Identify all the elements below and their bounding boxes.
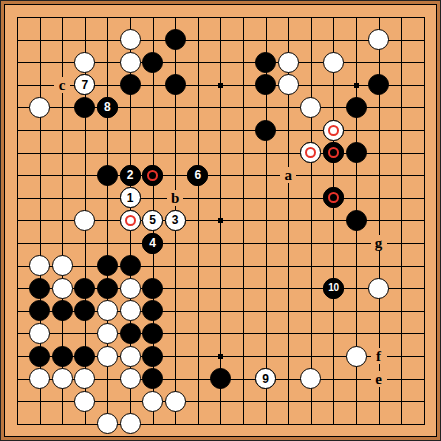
stone-black <box>97 255 118 276</box>
stone-black <box>97 278 118 299</box>
stone-white <box>97 300 118 321</box>
stone-black <box>142 52 163 73</box>
stone-white <box>74 210 95 231</box>
star-point <box>218 218 223 223</box>
stone-white <box>120 29 141 50</box>
stone-white <box>278 52 299 73</box>
point-label-c: c <box>54 77 70 93</box>
stone-white <box>52 278 73 299</box>
stone-black <box>120 74 141 95</box>
stone-white <box>368 29 389 50</box>
grid-line-vertical <box>311 17 312 425</box>
stone-black <box>346 142 367 163</box>
stone-white <box>52 368 73 389</box>
grid-line-vertical <box>243 17 244 425</box>
move-number-9: 9 <box>262 373 269 385</box>
stone-black <box>74 278 95 299</box>
stone-white <box>120 413 141 434</box>
stone-black <box>74 346 95 367</box>
move-2-stone-black: 2 <box>120 165 141 186</box>
stone-white <box>29 323 50 344</box>
stone-white <box>368 278 389 299</box>
stone-black <box>255 120 276 141</box>
grid-line-horizontal <box>17 243 425 244</box>
move-5-stone-white: 5 <box>142 210 163 231</box>
stone-black <box>97 165 118 186</box>
move-number-2: 2 <box>127 169 134 181</box>
grid-line-vertical <box>424 17 425 425</box>
point-label-f: f <box>371 348 387 364</box>
stone-black <box>74 97 95 118</box>
star-point <box>354 83 359 88</box>
move-4-stone-black: 4 <box>142 233 163 254</box>
circle-mark <box>125 215 136 226</box>
circle-mark <box>147 170 158 181</box>
stone-white <box>120 300 141 321</box>
star-point <box>218 83 223 88</box>
stone-black <box>368 74 389 95</box>
move-number-5: 5 <box>149 214 156 226</box>
circle-mark <box>328 147 339 158</box>
circle-mark <box>305 147 316 158</box>
marked-stone-white <box>323 120 344 141</box>
stone-white <box>120 278 141 299</box>
stone-black <box>52 300 73 321</box>
stone-white <box>120 52 141 73</box>
move-number-4: 4 <box>149 237 156 249</box>
stone-black <box>120 323 141 344</box>
stone-black <box>255 52 276 73</box>
stone-white <box>120 346 141 367</box>
stone-black <box>74 300 95 321</box>
marked-stone-black <box>323 187 344 208</box>
stone-white <box>97 346 118 367</box>
stone-black <box>29 278 50 299</box>
move-8-stone-black: 8 <box>97 97 118 118</box>
move-number-8: 8 <box>104 101 111 113</box>
stone-black <box>255 74 276 95</box>
stone-black <box>142 300 163 321</box>
marked-stone-black <box>323 142 344 163</box>
stone-black <box>165 74 186 95</box>
move-number-7: 7 <box>81 79 88 91</box>
move-number-3: 3 <box>172 214 179 226</box>
stone-white <box>300 368 321 389</box>
move-number-10: 10 <box>328 283 338 293</box>
marked-stone-white <box>120 210 141 231</box>
move-7-stone-white: 7 <box>74 74 95 95</box>
stone-black <box>142 278 163 299</box>
move-1-stone-white: 1 <box>120 187 141 208</box>
marked-stone-white <box>300 142 321 163</box>
circle-mark <box>328 192 339 203</box>
stone-black <box>165 29 186 50</box>
stone-black <box>29 300 50 321</box>
stone-white <box>29 368 50 389</box>
stone-black <box>120 255 141 276</box>
stone-white <box>29 97 50 118</box>
grid-line-horizontal <box>17 333 425 334</box>
stone-black <box>52 346 73 367</box>
go-board[interactable]: 12345678910abcefg <box>0 0 441 441</box>
move-3-stone-white: 3 <box>165 210 186 231</box>
move-10-stone-black: 10 <box>323 278 344 299</box>
grid-line-vertical <box>401 17 402 425</box>
stone-black <box>346 97 367 118</box>
stone-white <box>300 97 321 118</box>
stone-white <box>323 52 344 73</box>
point-label-g: g <box>371 235 387 251</box>
stone-black <box>142 323 163 344</box>
circle-mark <box>328 125 339 136</box>
stone-white <box>120 368 141 389</box>
stone-white <box>97 413 118 434</box>
stone-white <box>74 391 95 412</box>
grid-line-horizontal <box>17 424 425 425</box>
move-9-stone-white: 9 <box>255 368 276 389</box>
point-label-b: b <box>167 190 183 206</box>
move-number-1: 1 <box>127 192 134 204</box>
move-number-6: 6 <box>194 169 201 181</box>
stone-white <box>278 74 299 95</box>
stone-white <box>142 391 163 412</box>
point-label-e: e <box>371 371 387 387</box>
stone-black <box>142 368 163 389</box>
stone-white <box>74 52 95 73</box>
stone-black <box>346 210 367 231</box>
stone-white <box>52 255 73 276</box>
stone-white <box>346 346 367 367</box>
grid-line-vertical <box>333 17 334 425</box>
stone-white <box>97 323 118 344</box>
stone-black <box>29 346 50 367</box>
stone-white <box>74 368 95 389</box>
grid-line-horizontal <box>17 266 425 267</box>
stone-white <box>29 255 50 276</box>
point-label-a: a <box>280 167 296 183</box>
star-point <box>218 354 223 359</box>
move-6-stone-black: 6 <box>187 165 208 186</box>
stone-white <box>165 391 186 412</box>
marked-stone-black <box>142 165 163 186</box>
stone-black <box>210 368 231 389</box>
stone-black <box>142 346 163 367</box>
